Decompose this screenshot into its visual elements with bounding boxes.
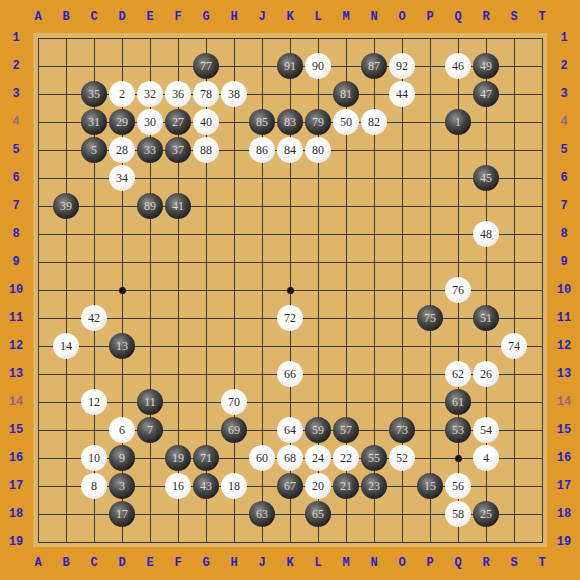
coord-label-G: G	[192, 555, 220, 571]
stone-white-20-L17[interactable]: 20	[305, 473, 331, 499]
go-board-grid[interactable]: 1234567891011121314151617181920212223242…	[24, 24, 556, 556]
stone-black-37-F5[interactable]: 37	[165, 137, 191, 163]
stone-white-6-D15[interactable]: 6	[109, 417, 135, 443]
stone-black-57-M15[interactable]: 57	[333, 417, 359, 443]
stone-white-72-K11[interactable]: 72	[277, 305, 303, 331]
coord-label-M: M	[332, 555, 360, 571]
coord-label-A: A	[24, 555, 52, 571]
coord-label-E: E	[136, 555, 164, 571]
stone-black-79-L4[interactable]: 79	[305, 109, 331, 135]
stone-white-40-G4[interactable]: 40	[193, 109, 219, 135]
stone-black-13-D12[interactable]: 13	[109, 333, 135, 359]
stone-white-16-F17[interactable]: 16	[165, 473, 191, 499]
stone-white-8-C17[interactable]: 8	[81, 473, 107, 499]
coord-label-F: F	[164, 9, 192, 25]
stone-black-63-J18[interactable]: 63	[249, 501, 275, 527]
stone-black-53-Q15[interactable]: 53	[445, 417, 471, 443]
coord-label-B: B	[52, 9, 80, 25]
stone-black-49-R2[interactable]: 49	[473, 53, 499, 79]
stone-black-15-P17[interactable]: 15	[417, 473, 443, 499]
stone-white-52-O16[interactable]: 52	[389, 445, 415, 471]
stone-white-76-Q10[interactable]: 76	[445, 277, 471, 303]
stone-white-66-K13[interactable]: 66	[277, 361, 303, 387]
stone-white-12-C14[interactable]: 12	[81, 389, 107, 415]
coord-label-G: G	[192, 9, 220, 25]
coord-label-P: P	[416, 555, 444, 571]
coord-label-O: O	[388, 9, 416, 25]
stone-white-22-M16[interactable]: 22	[333, 445, 359, 471]
stone-black-39-B7[interactable]: 39	[53, 193, 79, 219]
coord-label-L: L	[304, 555, 332, 571]
coord-label-R: R	[472, 555, 500, 571]
coord-label-D: D	[108, 9, 136, 25]
stone-black-87-N2[interactable]: 87	[361, 53, 387, 79]
stone-white-30-E4[interactable]: 30	[137, 109, 163, 135]
stone-black-61-Q14[interactable]: 61	[445, 389, 471, 415]
stone-white-10-C16[interactable]: 10	[81, 445, 107, 471]
stone-white-86-J5[interactable]: 86	[249, 137, 275, 163]
stone-black-33-E5[interactable]: 33	[137, 137, 163, 163]
stone-white-38-H3[interactable]: 38	[221, 81, 247, 107]
stone-white-62-Q13[interactable]: 62	[445, 361, 471, 387]
coord-label-T: T	[528, 9, 556, 25]
stone-black-31-C4[interactable]: 31	[81, 109, 107, 135]
stone-black-55-N16[interactable]: 55	[361, 445, 387, 471]
coord-label-N: N	[360, 555, 388, 571]
stone-black-59-L15[interactable]: 59	[305, 417, 331, 443]
stone-white-60-J16[interactable]: 60	[249, 445, 275, 471]
star-point-D10	[119, 287, 126, 294]
stone-black-81-M3[interactable]: 81	[333, 81, 359, 107]
stone-black-41-F7[interactable]: 41	[165, 193, 191, 219]
stone-white-92-O2[interactable]: 92	[389, 53, 415, 79]
coord-label-Q: Q	[444, 9, 472, 25]
stone-black-91-K2[interactable]: 91	[277, 53, 303, 79]
stone-white-74-S12[interactable]: 74	[501, 333, 527, 359]
stone-white-26-R13[interactable]: 26	[473, 361, 499, 387]
stone-black-7-E15[interactable]: 7	[137, 417, 163, 443]
coord-label-S: S	[500, 9, 528, 25]
stone-black-29-D4[interactable]: 29	[109, 109, 135, 135]
stone-black-21-M17[interactable]: 21	[333, 473, 359, 499]
stone-black-17-D18[interactable]: 17	[109, 501, 135, 527]
stone-white-18-H17[interactable]: 18	[221, 473, 247, 499]
stone-white-68-K16[interactable]: 68	[277, 445, 303, 471]
stone-black-73-O15[interactable]: 73	[389, 417, 415, 443]
stone-white-44-O3[interactable]: 44	[389, 81, 415, 107]
stone-white-90-L2[interactable]: 90	[305, 53, 331, 79]
coord-label-K: K	[276, 9, 304, 25]
coord-label-F: F	[164, 555, 192, 571]
coord-label-C: C	[80, 555, 108, 571]
stone-white-70-H14[interactable]: 70	[221, 389, 247, 415]
stone-black-11-E14[interactable]: 11	[137, 389, 163, 415]
go-kifu-diagram: ABCDEFGHJKLMNOPQRST ABCDEFGHJKLMNOPQRST …	[0, 0, 580, 580]
stone-black-69-H15[interactable]: 69	[221, 417, 247, 443]
stone-black-85-J4[interactable]: 85	[249, 109, 275, 135]
stone-black-89-E7[interactable]: 89	[137, 193, 163, 219]
stone-white-32-E3[interactable]: 32	[137, 81, 163, 107]
coord-label-J: J	[248, 9, 276, 25]
stone-white-80-L5[interactable]: 80	[305, 137, 331, 163]
stone-white-48-R8[interactable]: 48	[473, 221, 499, 247]
coord-label-P: P	[416, 9, 444, 25]
star-point-K10	[287, 287, 294, 294]
stone-black-35-C3[interactable]: 35	[81, 81, 107, 107]
coord-label-J: J	[248, 555, 276, 571]
coord-label-H: H	[220, 9, 248, 25]
coord-label-O: O	[388, 555, 416, 571]
stone-white-36-F3[interactable]: 36	[165, 81, 191, 107]
stone-white-4-R16[interactable]: 4	[473, 445, 499, 471]
stone-white-42-C11[interactable]: 42	[81, 305, 107, 331]
stone-black-23-N17[interactable]: 23	[361, 473, 387, 499]
stone-black-75-P11[interactable]: 75	[417, 305, 443, 331]
coord-label-C: C	[80, 9, 108, 25]
coord-label-D: D	[108, 555, 136, 571]
column-labels-bottom: ABCDEFGHJKLMNOPQRST	[24, 555, 556, 571]
stone-white-78-G3[interactable]: 78	[193, 81, 219, 107]
stone-white-84-K5[interactable]: 84	[277, 137, 303, 163]
stone-white-56-Q17[interactable]: 56	[445, 473, 471, 499]
stone-black-19-F16[interactable]: 19	[165, 445, 191, 471]
stone-black-1-Q4[interactable]: 1	[445, 109, 471, 135]
stone-black-47-R3[interactable]: 47	[473, 81, 499, 107]
stone-black-43-G17[interactable]: 43	[193, 473, 219, 499]
stone-white-34-D6[interactable]: 34	[109, 165, 135, 191]
star-point-Q16	[455, 455, 462, 462]
coord-label-T: T	[528, 555, 556, 571]
stone-white-2-D3[interactable]: 2	[109, 81, 135, 107]
stone-white-54-R15[interactable]: 54	[473, 417, 499, 443]
stone-black-25-R18[interactable]: 25	[473, 501, 499, 527]
stone-black-9-D16[interactable]: 9	[109, 445, 135, 471]
stone-black-45-R6[interactable]: 45	[473, 165, 499, 191]
stone-white-88-G5[interactable]: 88	[193, 137, 219, 163]
stone-black-3-D17[interactable]: 3	[109, 473, 135, 499]
coord-label-E: E	[136, 9, 164, 25]
coord-label-S: S	[500, 555, 528, 571]
coord-label-H: H	[220, 555, 248, 571]
stone-white-58-Q18[interactable]: 58	[445, 501, 471, 527]
stone-white-46-Q2[interactable]: 46	[445, 53, 471, 79]
stone-black-77-G2[interactable]: 77	[193, 53, 219, 79]
coord-label-M: M	[332, 9, 360, 25]
coord-label-L: L	[304, 9, 332, 25]
coord-label-Q: Q	[444, 555, 472, 571]
stone-black-5-C5[interactable]: 5	[81, 137, 107, 163]
stone-white-28-D5[interactable]: 28	[109, 137, 135, 163]
stone-black-71-G16[interactable]: 71	[193, 445, 219, 471]
stone-white-50-M4[interactable]: 50	[333, 109, 359, 135]
stone-white-24-L16[interactable]: 24	[305, 445, 331, 471]
coord-label-N: N	[360, 9, 388, 25]
stone-white-82-N4[interactable]: 82	[361, 109, 387, 135]
stone-black-83-K4[interactable]: 83	[277, 109, 303, 135]
stone-black-67-K17[interactable]: 67	[277, 473, 303, 499]
coord-label-B: B	[52, 555, 80, 571]
coord-label-K: K	[276, 555, 304, 571]
stone-white-14-B12[interactable]: 14	[53, 333, 79, 359]
stone-white-64-K15[interactable]: 64	[277, 417, 303, 443]
coord-label-R: R	[472, 9, 500, 25]
column-labels-top: ABCDEFGHJKLMNOPQRST	[24, 9, 556, 25]
stone-black-65-L18[interactable]: 65	[305, 501, 331, 527]
stone-black-51-R11[interactable]: 51	[473, 305, 499, 331]
stone-black-27-F4[interactable]: 27	[165, 109, 191, 135]
coord-label-A: A	[24, 9, 52, 25]
